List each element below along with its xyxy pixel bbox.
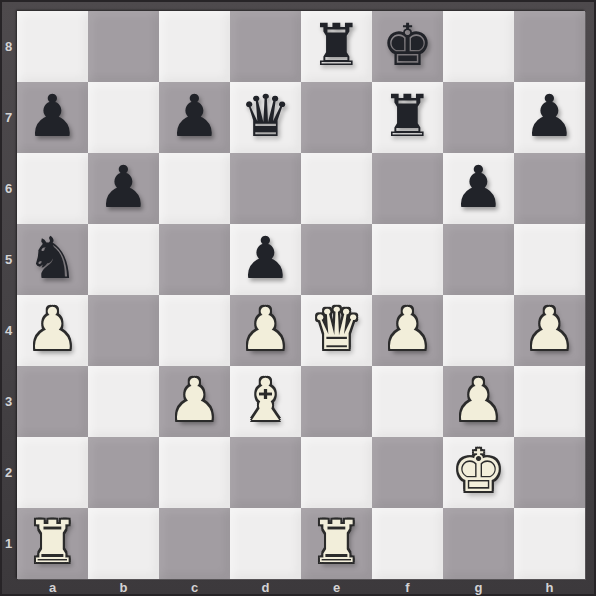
white-pawn-h4: ♟ (524, 300, 576, 362)
file-label-e: e (301, 579, 372, 596)
square-d6[interactable] (230, 153, 301, 224)
black-pawn-g6: ♟ (453, 158, 505, 220)
square-e7[interactable] (301, 82, 372, 153)
square-e8[interactable]: ♜ (301, 11, 372, 82)
square-f4[interactable]: ♟ (372, 295, 443, 366)
square-f5[interactable] (372, 224, 443, 295)
file-label-h: h (514, 579, 585, 596)
square-h5[interactable] (514, 224, 585, 295)
square-c5[interactable] (159, 224, 230, 295)
chess-board: ♜♚♟♟♛♜♟♟♟♞♟♟♟♛♟♟♟♝♟♚♜♜ (17, 11, 585, 579)
square-c1[interactable] (159, 508, 230, 579)
square-h6[interactable] (514, 153, 585, 224)
square-c7[interactable]: ♟ (159, 82, 230, 153)
black-rook-f7: ♜ (382, 87, 434, 149)
file-label-c: c (159, 579, 230, 596)
square-b4[interactable] (88, 295, 159, 366)
square-a4[interactable]: ♟ (17, 295, 88, 366)
white-pawn-d4: ♟ (240, 300, 292, 362)
square-d2[interactable] (230, 437, 301, 508)
white-bishop-d3: ♝ (240, 371, 292, 433)
square-h7[interactable]: ♟ (514, 82, 585, 153)
square-a3[interactable] (17, 366, 88, 437)
rank-label-6: 6 (0, 153, 17, 224)
square-g6[interactable]: ♟ (443, 153, 514, 224)
square-g1[interactable] (443, 508, 514, 579)
square-g4[interactable] (443, 295, 514, 366)
white-rook-e1: ♜ (311, 513, 363, 575)
white-pawn-a4: ♟ (27, 300, 79, 362)
square-h3[interactable] (514, 366, 585, 437)
white-pawn-g3: ♟ (453, 371, 505, 433)
square-h1[interactable] (514, 508, 585, 579)
rank-label-1: 1 (0, 508, 17, 579)
square-d7[interactable]: ♛ (230, 82, 301, 153)
square-h8[interactable] (514, 11, 585, 82)
black-pawn-b6: ♟ (98, 158, 150, 220)
square-b5[interactable] (88, 224, 159, 295)
square-c3[interactable]: ♟ (159, 366, 230, 437)
black-pawn-h7: ♟ (524, 87, 576, 149)
square-a2[interactable] (17, 437, 88, 508)
square-f6[interactable] (372, 153, 443, 224)
square-f3[interactable] (372, 366, 443, 437)
square-g2[interactable]: ♚ (443, 437, 514, 508)
square-c8[interactable] (159, 11, 230, 82)
black-queen-d7: ♛ (240, 87, 292, 149)
square-d4[interactable]: ♟ (230, 295, 301, 366)
square-g5[interactable] (443, 224, 514, 295)
square-g3[interactable]: ♟ (443, 366, 514, 437)
square-b2[interactable] (88, 437, 159, 508)
square-b7[interactable] (88, 82, 159, 153)
rank-labels: 87654321 (0, 11, 17, 579)
square-h2[interactable] (514, 437, 585, 508)
chess-board-frame: 87654321 ♜♚♟♟♛♜♟♟♟♞♟♟♟♛♟♟♟♝♟♚♜♜ abcdefgh (0, 0, 596, 596)
square-h4[interactable]: ♟ (514, 295, 585, 366)
square-a7[interactable]: ♟ (17, 82, 88, 153)
square-f8[interactable]: ♚ (372, 11, 443, 82)
square-c2[interactable] (159, 437, 230, 508)
square-f7[interactable]: ♜ (372, 82, 443, 153)
square-a5[interactable]: ♞ (17, 224, 88, 295)
square-e4[interactable]: ♛ (301, 295, 372, 366)
white-pawn-c3: ♟ (169, 371, 221, 433)
rank-label-5: 5 (0, 224, 17, 295)
rank-label-8: 8 (0, 11, 17, 82)
square-b6[interactable]: ♟ (88, 153, 159, 224)
square-a8[interactable] (17, 11, 88, 82)
square-c6[interactable] (159, 153, 230, 224)
file-label-a: a (17, 579, 88, 596)
square-d8[interactable] (230, 11, 301, 82)
black-knight-a5: ♞ (27, 229, 79, 291)
black-pawn-c7: ♟ (169, 87, 221, 149)
square-f1[interactable] (372, 508, 443, 579)
square-e6[interactable] (301, 153, 372, 224)
square-b1[interactable] (88, 508, 159, 579)
square-e1[interactable]: ♜ (301, 508, 372, 579)
square-c4[interactable] (159, 295, 230, 366)
rank-label-4: 4 (0, 295, 17, 366)
square-d5[interactable]: ♟ (230, 224, 301, 295)
square-g8[interactable] (443, 11, 514, 82)
square-e5[interactable] (301, 224, 372, 295)
square-d3[interactable]: ♝ (230, 366, 301, 437)
black-pawn-d5: ♟ (240, 229, 292, 291)
square-g7[interactable] (443, 82, 514, 153)
file-label-b: b (88, 579, 159, 596)
square-f2[interactable] (372, 437, 443, 508)
square-e3[interactable] (301, 366, 372, 437)
white-king-g2: ♚ (453, 442, 505, 504)
file-label-f: f (372, 579, 443, 596)
rank-label-7: 7 (0, 82, 17, 153)
black-pawn-a7: ♟ (27, 87, 79, 149)
black-king-f8: ♚ (382, 16, 434, 78)
white-queen-e4: ♛ (311, 300, 363, 362)
square-d1[interactable] (230, 508, 301, 579)
white-rook-a1: ♜ (27, 513, 79, 575)
rank-label-2: 2 (0, 437, 17, 508)
file-label-d: d (230, 579, 301, 596)
rank-label-3: 3 (0, 366, 17, 437)
square-b3[interactable] (88, 366, 159, 437)
square-a6[interactable] (17, 153, 88, 224)
file-label-g: g (443, 579, 514, 596)
black-rook-e8: ♜ (311, 16, 363, 78)
square-e2[interactable] (301, 437, 372, 508)
file-labels: abcdefgh (17, 579, 585, 596)
white-pawn-f4: ♟ (382, 300, 434, 362)
square-a1[interactable]: ♜ (17, 508, 88, 579)
square-b8[interactable] (88, 11, 159, 82)
